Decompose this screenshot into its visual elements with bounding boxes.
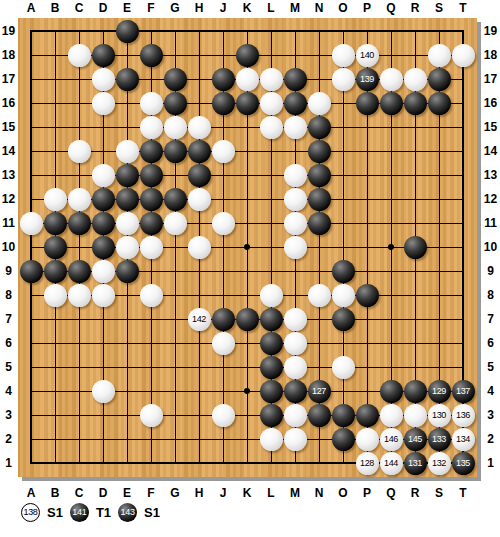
grid-line	[31, 343, 464, 344]
black-stone-E12[interactable]	[116, 188, 139, 211]
coordinate-label-10: 10	[481, 239, 500, 255]
black-stone-N12[interactable]	[308, 188, 331, 211]
black-stone-T1[interactable]: 135	[452, 452, 475, 475]
white-stone-F16[interactable]	[140, 92, 163, 115]
coordinate-label-O: O	[331, 1, 355, 16]
coordinate-label-18: 18	[481, 47, 500, 63]
black-stone-S2[interactable]: 133	[428, 428, 451, 451]
coordinate-label-A: A	[19, 1, 43, 16]
coordinate-label-16: 16	[0, 95, 17, 111]
white-stone-T2[interactable]: 134	[452, 428, 475, 451]
move-number-135: 135	[456, 459, 470, 468]
move-number-133: 133	[432, 435, 446, 444]
coordinate-label-N: N	[307, 486, 331, 501]
coordinate-label-F: F	[139, 1, 163, 16]
white-stone-S3[interactable]: 130	[428, 404, 451, 427]
coordinate-label-A: A	[19, 486, 43, 501]
white-stone-L8[interactable]	[260, 284, 283, 307]
coordinate-label-H: H	[187, 486, 211, 501]
black-stone-F13[interactable]	[140, 164, 163, 187]
white-stone-M5[interactable]	[284, 356, 307, 379]
coordinate-label-3: 3	[0, 407, 17, 423]
white-stone-A11[interactable]	[20, 212, 43, 235]
black-stone-R4[interactable]	[404, 380, 427, 403]
move-number-130: 130	[432, 411, 446, 420]
black-stone-D12[interactable]	[92, 188, 115, 211]
coordinate-label-7: 7	[0, 311, 17, 327]
black-stone-B9[interactable]	[44, 260, 67, 283]
caption-point-T1: T1	[96, 505, 111, 520]
white-stone-S1[interactable]: 132	[428, 452, 451, 475]
white-stone-E10[interactable]	[116, 236, 139, 259]
coordinate-label-10: 10	[0, 239, 17, 255]
coordinate-label-2: 2	[0, 431, 17, 447]
move-number-146: 146	[384, 435, 398, 444]
coordinate-label-14: 14	[0, 143, 17, 159]
white-stone-M6[interactable]	[284, 332, 307, 355]
black-stone-S16[interactable]	[428, 92, 451, 115]
black-stone-L3[interactable]	[260, 404, 283, 427]
white-stone-O18[interactable]	[332, 44, 355, 67]
go-diagram-page: ABCDEFGHJKLMNOPQRST 19181716151413121110…	[0, 0, 500, 537]
white-stone-M10[interactable]	[284, 236, 307, 259]
black-stone-F18[interactable]	[140, 44, 163, 67]
white-stone-G15[interactable]	[164, 116, 187, 139]
coordinate-label-4: 4	[0, 383, 17, 399]
black-stone-B11[interactable]	[44, 212, 67, 235]
coordinate-label-L: L	[259, 486, 283, 501]
black-stone-R2[interactable]: 145	[404, 428, 427, 451]
black-stone-D18[interactable]	[92, 44, 115, 67]
coordinate-label-J: J	[211, 486, 235, 501]
black-stone-R16[interactable]	[404, 92, 427, 115]
white-stone-R3[interactable]	[404, 404, 427, 427]
black-stone-F11[interactable]	[140, 212, 163, 235]
move-number-134: 134	[456, 435, 470, 444]
coordinate-label-2: 2	[481, 431, 500, 447]
move-number-128: 128	[360, 459, 374, 468]
black-stone-F12[interactable]	[140, 188, 163, 211]
grid-line	[343, 31, 344, 464]
white-stone-H10[interactable]	[188, 236, 211, 259]
white-stone-M7[interactable]	[284, 308, 307, 331]
white-stone-D8[interactable]	[92, 284, 115, 307]
coordinate-label-7: 7	[481, 311, 500, 327]
black-stone-P17[interactable]: 139	[356, 68, 379, 91]
black-stone-C11[interactable]	[68, 212, 91, 235]
white-stone-E14[interactable]	[116, 140, 139, 163]
white-stone-R17[interactable]	[404, 68, 427, 91]
coordinate-label-1: 1	[481, 455, 500, 471]
black-stone-K7[interactable]	[236, 308, 259, 331]
coordinate-label-G: G	[163, 1, 187, 16]
black-stone-K18[interactable]	[236, 44, 259, 67]
white-stone-M3[interactable]	[284, 404, 307, 427]
coordinate-label-5: 5	[0, 359, 17, 375]
coordinate-label-R: R	[403, 486, 427, 501]
white-stone-H7[interactable]: 142	[188, 308, 211, 331]
coordinate-label-M: M	[283, 1, 307, 16]
white-stone-Q1[interactable]: 144	[380, 452, 403, 475]
coordinate-label-3: 3	[481, 407, 500, 423]
caption-move-number-138: 138	[23, 508, 37, 517]
white-stone-O8[interactable]	[332, 284, 355, 307]
black-stone-F14[interactable]	[140, 140, 163, 163]
black-stone-R1[interactable]: 131	[404, 452, 427, 475]
black-stone-R10[interactable]	[404, 236, 427, 259]
white-stone-Q2[interactable]: 146	[380, 428, 403, 451]
coordinate-label-16: 16	[481, 95, 500, 111]
black-stone-P8[interactable]	[356, 284, 379, 307]
black-stone-N11[interactable]	[308, 212, 331, 235]
black-stone-L6[interactable]	[260, 332, 283, 355]
black-stone-S4[interactable]: 129	[428, 380, 451, 403]
coordinate-label-11: 11	[0, 215, 17, 231]
coordinate-label-K: K	[235, 486, 259, 501]
black-stone-G12[interactable]	[164, 188, 187, 211]
black-stone-G16[interactable]	[164, 92, 187, 115]
coordinate-label-J: J	[211, 1, 235, 16]
black-stone-O2[interactable]	[332, 428, 355, 451]
white-stone-P2[interactable]	[356, 428, 379, 451]
coordinate-label-Q: Q	[379, 486, 403, 501]
coordinate-label-8: 8	[481, 287, 500, 303]
black-stone-C9[interactable]	[68, 260, 91, 283]
white-stone-Q3[interactable]	[380, 404, 403, 427]
coordinate-label-G: G	[163, 486, 187, 501]
coordinate-label-12: 12	[481, 191, 500, 207]
black-stone-E19[interactable]	[116, 20, 139, 43]
black-stone-E9[interactable]	[116, 260, 139, 283]
white-stone-O5[interactable]	[332, 356, 355, 379]
caption-point-S1: S1	[144, 505, 160, 520]
star-point-Q10	[388, 244, 394, 250]
coordinate-label-19: 19	[0, 23, 17, 39]
coordinate-label-13: 13	[0, 167, 17, 183]
white-stone-T3[interactable]: 136	[452, 404, 475, 427]
white-stone-Q17[interactable]	[380, 68, 403, 91]
coordinate-label-17: 17	[0, 71, 17, 87]
coordinate-label-17: 17	[481, 71, 500, 87]
white-stone-P18[interactable]: 140	[356, 44, 379, 67]
coordinate-label-15: 15	[481, 119, 500, 135]
white-stone-H15[interactable]	[188, 116, 211, 139]
black-stone-H14[interactable]	[188, 140, 211, 163]
coordinate-label-T: T	[451, 486, 475, 501]
white-stone-N8[interactable]	[308, 284, 331, 307]
move-number-142: 142	[192, 315, 206, 324]
white-stone-B8[interactable]	[44, 284, 67, 307]
coordinate-label-C: C	[67, 1, 91, 16]
coordinate-label-11: 11	[481, 215, 500, 231]
black-stone-H13[interactable]	[188, 164, 211, 187]
white-stone-C18[interactable]	[68, 44, 91, 67]
grid-line	[31, 367, 464, 368]
move-number-127: 127	[312, 387, 326, 396]
white-stone-M11[interactable]	[284, 212, 307, 235]
black-stone-D10[interactable]	[92, 236, 115, 259]
coordinate-label-C: C	[67, 486, 91, 501]
coordinate-label-9: 9	[481, 263, 500, 279]
move-number-132: 132	[432, 459, 446, 468]
black-stone-D11[interactable]	[92, 212, 115, 235]
caption-point-S1: S1	[47, 505, 63, 520]
move-number-129: 129	[432, 387, 446, 396]
caption-stone-143: 143	[118, 503, 137, 522]
coordinate-label-14: 14	[481, 143, 500, 159]
coordinate-label-5: 5	[481, 359, 500, 375]
coordinate-label-P: P	[355, 1, 379, 16]
black-stone-G14[interactable]	[164, 140, 187, 163]
white-stone-F15[interactable]	[140, 116, 163, 139]
black-stone-S17[interactable]	[428, 68, 451, 91]
white-stone-S18[interactable]	[428, 44, 451, 67]
coordinate-label-19: 19	[481, 23, 500, 39]
black-stone-M4[interactable]	[284, 380, 307, 403]
star-point-K10	[244, 244, 250, 250]
caption-stone-138: 138	[21, 503, 40, 522]
black-stone-N13[interactable]	[308, 164, 331, 187]
white-stone-J3[interactable]	[212, 404, 235, 427]
white-stone-J6[interactable]	[212, 332, 235, 355]
coordinate-label-12: 12	[0, 191, 17, 207]
coordinate-label-8: 8	[0, 287, 17, 303]
coordinate-label-1: 1	[0, 455, 17, 471]
white-stone-M15[interactable]	[284, 116, 307, 139]
coordinate-label-4: 4	[481, 383, 500, 399]
white-stone-D17[interactable]	[92, 68, 115, 91]
coordinate-label-N: N	[307, 1, 331, 16]
black-stone-E13[interactable]	[116, 164, 139, 187]
move-number-140: 140	[360, 51, 374, 60]
white-stone-D13[interactable]	[92, 164, 115, 187]
white-stone-D9[interactable]	[92, 260, 115, 283]
coordinate-label-9: 9	[0, 263, 17, 279]
black-stone-O3[interactable]	[332, 404, 355, 427]
black-stone-A9[interactable]	[20, 260, 43, 283]
black-stone-T4[interactable]: 137	[452, 380, 475, 403]
white-stone-C8[interactable]	[68, 284, 91, 307]
white-stone-C12[interactable]	[68, 188, 91, 211]
white-stone-J11[interactable]	[212, 212, 235, 235]
move-annotation-caption: 138S1141T1143S1	[21, 502, 160, 523]
coordinate-label-L: L	[259, 1, 283, 16]
coordinate-label-T: T	[451, 1, 475, 16]
coordinate-label-B: B	[43, 1, 67, 16]
move-number-145: 145	[408, 435, 422, 444]
black-stone-Q16[interactable]	[380, 92, 403, 115]
black-stone-B10[interactable]	[44, 236, 67, 259]
coordinate-label-F: F	[139, 486, 163, 501]
black-stone-M16[interactable]	[284, 92, 307, 115]
white-stone-M13[interactable]	[284, 164, 307, 187]
coordinate-label-S: S	[427, 486, 451, 501]
coordinate-label-D: D	[91, 486, 115, 501]
coordinate-label-K: K	[235, 1, 259, 16]
caption-stone-141: 141	[70, 503, 89, 522]
black-stone-K16[interactable]	[236, 92, 259, 115]
coordinate-label-O: O	[331, 486, 355, 501]
white-stone-D4[interactable]	[92, 380, 115, 403]
white-stone-M12[interactable]	[284, 188, 307, 211]
move-number-139: 139	[360, 75, 374, 84]
white-stone-M2[interactable]	[284, 428, 307, 451]
black-stone-J16[interactable]	[212, 92, 235, 115]
coordinate-label-E: E	[115, 1, 139, 16]
star-point-K4	[244, 388, 250, 394]
white-stone-L2[interactable]	[260, 428, 283, 451]
black-stone-O7[interactable]	[332, 308, 355, 331]
black-stone-L4[interactable]	[260, 380, 283, 403]
coordinate-label-M: M	[283, 486, 307, 501]
black-stone-M17[interactable]	[284, 68, 307, 91]
caption-move-number-143: 143	[121, 508, 135, 517]
black-stone-P3[interactable]	[356, 404, 379, 427]
white-stone-O17[interactable]	[332, 68, 355, 91]
coordinate-label-B: B	[43, 486, 67, 501]
move-number-137: 137	[456, 387, 470, 396]
coordinate-label-E: E	[115, 486, 139, 501]
go-board[interactable]: 1401391421271291371301361461451331341281…	[18, 18, 477, 477]
move-number-136: 136	[456, 411, 470, 420]
white-stone-N16[interactable]	[308, 92, 331, 115]
coordinate-label-R: R	[403, 1, 427, 16]
white-stone-K17[interactable]	[236, 68, 259, 91]
coordinate-label-D: D	[91, 1, 115, 16]
white-stone-G11[interactable]	[164, 212, 187, 235]
white-stone-D16[interactable]	[92, 92, 115, 115]
black-stone-E17[interactable]	[116, 68, 139, 91]
white-stone-J14[interactable]	[212, 140, 235, 163]
coordinate-label-13: 13	[481, 167, 500, 183]
white-stone-B12[interactable]	[44, 188, 67, 211]
white-stone-T18[interactable]	[452, 44, 475, 67]
white-stone-F3[interactable]	[140, 404, 163, 427]
coordinate-label-P: P	[355, 486, 379, 501]
black-stone-G17[interactable]	[164, 68, 187, 91]
white-stone-L16[interactable]	[260, 92, 283, 115]
coordinate-label-6: 6	[481, 335, 500, 351]
white-stone-F8[interactable]	[140, 284, 163, 307]
coordinate-label-H: H	[187, 1, 211, 16]
white-stone-L17[interactable]	[260, 68, 283, 91]
black-stone-N3[interactable]	[308, 404, 331, 427]
white-stone-L15[interactable]	[260, 116, 283, 139]
black-stone-J17[interactable]	[212, 68, 235, 91]
coordinate-label-Q: Q	[379, 1, 403, 16]
black-stone-Q4[interactable]	[380, 380, 403, 403]
white-stone-F10[interactable]	[140, 236, 163, 259]
black-stone-O9[interactable]	[332, 260, 355, 283]
white-stone-H12[interactable]	[188, 188, 211, 211]
black-stone-P16[interactable]	[356, 92, 379, 115]
move-number-144: 144	[384, 459, 398, 468]
white-stone-C14[interactable]	[68, 140, 91, 163]
coordinate-label-6: 6	[0, 335, 17, 351]
black-stone-N4[interactable]: 127	[308, 380, 331, 403]
black-stone-L7[interactable]	[260, 308, 283, 331]
coordinate-label-15: 15	[0, 119, 17, 135]
black-stone-N14[interactable]	[308, 140, 331, 163]
caption-move-number-141: 141	[72, 508, 86, 517]
black-stone-N15[interactable]	[308, 116, 331, 139]
coordinate-label-18: 18	[0, 47, 17, 63]
white-stone-E11[interactable]	[116, 212, 139, 235]
white-stone-P1[interactable]: 128	[356, 452, 379, 475]
coordinate-label-S: S	[427, 1, 451, 16]
move-number-131: 131	[408, 459, 422, 468]
black-stone-L5[interactable]	[260, 356, 283, 379]
black-stone-J7[interactable]	[212, 308, 235, 331]
